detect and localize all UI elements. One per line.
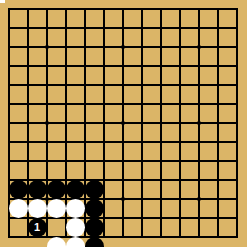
intersection[interactable] — [218, 85, 237, 104]
intersection[interactable] — [237, 123, 248, 142]
intersection[interactable] — [218, 123, 237, 142]
intersection[interactable] — [161, 161, 180, 180]
intersection[interactable] — [123, 9, 142, 28]
intersection[interactable] — [9, 47, 28, 66]
intersection[interactable] — [9, 142, 28, 161]
intersection[interactable] — [85, 218, 104, 237]
intersection[interactable] — [66, 180, 85, 199]
intersection[interactable] — [237, 199, 248, 218]
intersection[interactable] — [237, 104, 248, 123]
corner-artifact — [0, 0, 5, 3]
intersection[interactable] — [104, 9, 123, 28]
intersection[interactable] — [9, 237, 28, 247]
intersection[interactable] — [28, 180, 47, 199]
intersection[interactable] — [28, 28, 47, 47]
intersection[interactable] — [66, 199, 85, 218]
intersection[interactable] — [47, 218, 66, 237]
intersection[interactable] — [28, 161, 47, 180]
intersection[interactable] — [66, 104, 85, 123]
intersection[interactable] — [66, 237, 85, 247]
intersection[interactable] — [85, 66, 104, 85]
intersection[interactable] — [218, 218, 237, 237]
intersection[interactable] — [237, 180, 248, 199]
intersection[interactable] — [28, 47, 47, 66]
intersection[interactable] — [9, 9, 28, 28]
intersection[interactable] — [28, 104, 47, 123]
intersection[interactable] — [104, 142, 123, 161]
intersection[interactable] — [9, 28, 28, 47]
intersection[interactable] — [199, 237, 218, 247]
intersection[interactable] — [237, 142, 248, 161]
intersection[interactable] — [218, 142, 237, 161]
intersection[interactable] — [237, 28, 248, 47]
intersection[interactable] — [47, 142, 66, 161]
intersection[interactable] — [180, 47, 199, 66]
intersection[interactable] — [28, 142, 47, 161]
intersection[interactable] — [161, 9, 180, 28]
intersection[interactable] — [104, 218, 123, 237]
intersection[interactable] — [123, 85, 142, 104]
intersection[interactable] — [85, 9, 104, 28]
intersection[interactable] — [237, 218, 248, 237]
intersection[interactable] — [161, 66, 180, 85]
intersection[interactable] — [218, 237, 237, 247]
intersection[interactable] — [66, 85, 85, 104]
intersection[interactable] — [47, 199, 66, 218]
intersection[interactable] — [66, 28, 85, 47]
intersection[interactable] — [47, 180, 66, 199]
intersection[interactable] — [180, 66, 199, 85]
intersection[interactable] — [66, 9, 85, 28]
intersection[interactable] — [85, 47, 104, 66]
intersection[interactable] — [9, 104, 28, 123]
intersection[interactable] — [180, 180, 199, 199]
intersection[interactable] — [180, 85, 199, 104]
intersection[interactable] — [237, 9, 248, 28]
intersection[interactable] — [123, 47, 142, 66]
intersection[interactable] — [142, 47, 161, 66]
black-stone: 1 — [28, 218, 47, 237]
intersection[interactable] — [218, 161, 237, 180]
intersection[interactable] — [66, 218, 85, 237]
intersection[interactable] — [85, 180, 104, 199]
intersection[interactable] — [28, 237, 47, 247]
intersection[interactable] — [9, 123, 28, 142]
intersection[interactable] — [104, 28, 123, 47]
intersection[interactable] — [123, 142, 142, 161]
intersection[interactable] — [199, 28, 218, 47]
white-stone — [47, 199, 66, 218]
intersection[interactable] — [85, 85, 104, 104]
intersection[interactable] — [66, 142, 85, 161]
intersection[interactable] — [199, 47, 218, 66]
move-number-label: 1 — [34, 222, 40, 233]
intersection[interactable] — [85, 104, 104, 123]
board-intersections: 1 — [0, 0, 247, 247]
intersection[interactable] — [199, 123, 218, 142]
white-stone — [66, 199, 85, 218]
intersection[interactable] — [9, 66, 28, 85]
intersection[interactable] — [28, 9, 47, 28]
intersection[interactable] — [237, 47, 248, 66]
intersection[interactable] — [218, 180, 237, 199]
intersection[interactable] — [104, 237, 123, 247]
white-stone — [66, 218, 85, 237]
intersection[interactable] — [104, 66, 123, 85]
go-board[interactable]: 1 — [0, 0, 247, 247]
intersection[interactable] — [104, 199, 123, 218]
intersection[interactable] — [104, 47, 123, 66]
intersection[interactable] — [199, 199, 218, 218]
intersection[interactable] — [180, 142, 199, 161]
intersection[interactable] — [180, 104, 199, 123]
intersection[interactable] — [237, 237, 248, 247]
intersection[interactable] — [123, 180, 142, 199]
intersection[interactable] — [47, 123, 66, 142]
intersection[interactable] — [180, 199, 199, 218]
intersection[interactable] — [199, 85, 218, 104]
intersection[interactable] — [66, 47, 85, 66]
go-diagram: 1 — [0, 0, 247, 247]
intersection[interactable] — [85, 237, 104, 247]
intersection[interactable] — [161, 199, 180, 218]
intersection[interactable] — [180, 161, 199, 180]
intersection[interactable] — [66, 66, 85, 85]
intersection[interactable] — [123, 66, 142, 85]
intersection[interactable] — [104, 180, 123, 199]
intersection[interactable] — [47, 47, 66, 66]
intersection[interactable] — [161, 142, 180, 161]
intersection[interactable] — [180, 123, 199, 142]
intersection[interactable] — [218, 66, 237, 85]
intersection[interactable] — [142, 123, 161, 142]
intersection[interactable] — [199, 142, 218, 161]
intersection[interactable] — [142, 237, 161, 247]
intersection[interactable] — [142, 66, 161, 85]
intersection[interactable] — [161, 237, 180, 247]
intersection[interactable] — [85, 28, 104, 47]
black-stone — [85, 199, 104, 218]
white-stone — [28, 199, 47, 218]
intersection[interactable] — [199, 218, 218, 237]
intersection[interactable]: 1 — [28, 218, 47, 237]
intersection[interactable] — [218, 9, 237, 28]
intersection[interactable] — [9, 218, 28, 237]
intersection[interactable] — [104, 161, 123, 180]
intersection[interactable] — [199, 180, 218, 199]
intersection[interactable] — [199, 161, 218, 180]
intersection[interactable] — [161, 85, 180, 104]
intersection[interactable] — [28, 199, 47, 218]
intersection[interactable] — [142, 104, 161, 123]
intersection[interactable] — [123, 161, 142, 180]
intersection[interactable] — [161, 123, 180, 142]
intersection[interactable] — [237, 161, 248, 180]
black-stone — [47, 180, 66, 199]
intersection[interactable] — [123, 218, 142, 237]
intersection[interactable] — [66, 161, 85, 180]
intersection[interactable] — [218, 47, 237, 66]
intersection[interactable] — [47, 161, 66, 180]
intersection[interactable] — [123, 28, 142, 47]
white-stone — [9, 199, 28, 218]
black-stone — [85, 180, 104, 199]
intersection[interactable] — [142, 180, 161, 199]
intersection[interactable] — [237, 66, 248, 85]
black-stone — [66, 180, 85, 199]
intersection[interactable] — [9, 199, 28, 218]
intersection[interactable] — [161, 218, 180, 237]
intersection[interactable] — [66, 123, 85, 142]
intersection[interactable] — [47, 85, 66, 104]
intersection[interactable] — [47, 66, 66, 85]
intersection[interactable] — [123, 123, 142, 142]
intersection[interactable] — [180, 9, 199, 28]
intersection[interactable] — [142, 161, 161, 180]
intersection[interactable] — [180, 28, 199, 47]
intersection[interactable] — [161, 180, 180, 199]
black-stone — [28, 180, 47, 199]
intersection[interactable] — [85, 142, 104, 161]
intersection[interactable] — [85, 199, 104, 218]
intersection[interactable] — [9, 85, 28, 104]
intersection[interactable] — [142, 199, 161, 218]
intersection[interactable] — [47, 28, 66, 47]
intersection[interactable] — [142, 9, 161, 28]
intersection[interactable] — [161, 47, 180, 66]
intersection[interactable] — [218, 199, 237, 218]
intersection[interactable] — [9, 180, 28, 199]
intersection[interactable] — [218, 104, 237, 123]
intersection[interactable] — [161, 28, 180, 47]
white-stone — [47, 237, 66, 247]
intersection[interactable] — [237, 85, 248, 104]
intersection[interactable] — [85, 123, 104, 142]
intersection[interactable] — [142, 28, 161, 47]
intersection[interactable] — [199, 66, 218, 85]
intersection[interactable] — [123, 199, 142, 218]
black-stone — [9, 180, 28, 199]
white-stone — [66, 237, 85, 247]
intersection[interactable] — [199, 9, 218, 28]
intersection[interactable] — [104, 85, 123, 104]
intersection[interactable] — [142, 142, 161, 161]
intersection[interactable] — [47, 104, 66, 123]
intersection[interactable] — [28, 123, 47, 142]
intersection[interactable] — [123, 237, 142, 247]
intersection[interactable] — [180, 237, 199, 247]
intersection[interactable] — [218, 28, 237, 47]
intersection[interactable] — [85, 161, 104, 180]
intersection[interactable] — [9, 161, 28, 180]
intersection[interactable] — [47, 237, 66, 247]
intersection[interactable] — [104, 123, 123, 142]
intersection[interactable] — [180, 218, 199, 237]
intersection[interactable] — [47, 9, 66, 28]
black-stone — [85, 218, 104, 237]
black-stone — [85, 237, 104, 247]
intersection[interactable] — [199, 104, 218, 123]
intersection[interactable] — [28, 66, 47, 85]
intersection[interactable] — [123, 104, 142, 123]
intersection[interactable] — [161, 104, 180, 123]
intersection[interactable] — [104, 104, 123, 123]
intersection[interactable] — [142, 218, 161, 237]
intersection[interactable] — [28, 85, 47, 104]
intersection[interactable] — [142, 85, 161, 104]
